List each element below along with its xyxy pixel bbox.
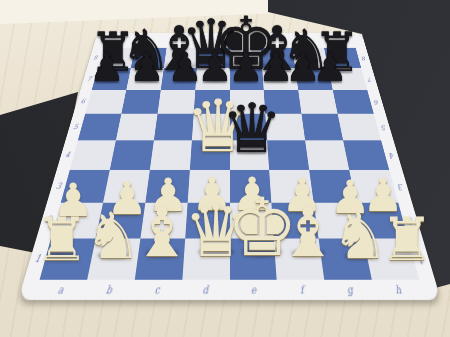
chess-set-photo: abcdefgh1122334455667788 ♜♞♝♛♚♝♞♜♟♟♟♟♟♟♟… (0, 0, 450, 337)
black-queen-e5[interactable]: ♛ (222, 95, 283, 163)
pieces-layer: ♜♞♝♛♚♝♞♜♟♟♟♟♟♟♟♟♛♛♟♟♟♟♟♟♟♟♜♞♝♛♚♝♞♜ (0, 0, 450, 337)
black-pawn-h7[interactable]: ♟ (312, 47, 348, 87)
white-rook-h1[interactable]: ♜ (380, 209, 434, 269)
white-rook-a1[interactable]: ♜ (35, 209, 89, 269)
black-pawn-a7[interactable]: ♟ (89, 47, 125, 87)
white-bishop-f1[interactable]: ♝ (278, 199, 339, 267)
black-pawn-b7[interactable]: ♟ (129, 47, 165, 87)
